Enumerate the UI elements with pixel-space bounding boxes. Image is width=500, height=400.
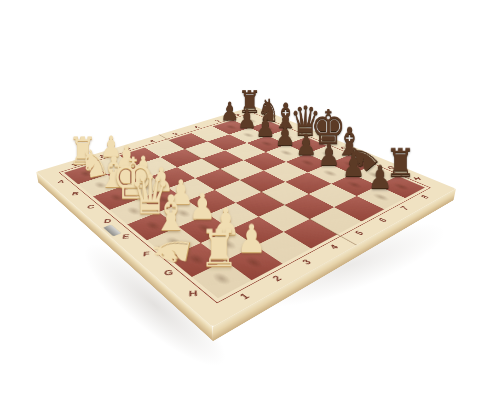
file-label-bottom-e-text: E <box>122 233 130 240</box>
file-label-bottom-h-text: H <box>189 289 198 298</box>
file-label-bottom-b-text: B <box>71 191 79 196</box>
knight-glyph: ♞ <box>143 224 198 278</box>
file-label-top-d-text: D <box>319 137 326 141</box>
file-label-top-b-text: B <box>281 121 287 124</box>
file-label-bottom-a-text: A <box>57 179 65 184</box>
pieces-layer: ♜♞♝♚♛♝♞♜♟♟♟♟♟♟♟♟♟♟♟♟♟♟♟♟♜♞♝♛♚♝♞♜ <box>64 114 425 298</box>
rank-label-right-7-text: 7 <box>398 205 410 211</box>
rank-label-left-6-text: 6 <box>193 125 201 128</box>
pawn-glyph: ♟ <box>361 161 399 193</box>
rank-label-right-3-text: 3 <box>300 258 313 266</box>
rank-label-left-4-text: 4 <box>148 139 156 143</box>
rank-label-right-8-text: 8 <box>419 194 431 200</box>
chess-set-photo: AABBCCDDEEFFGGHH1122334455667788 ♜♞♝♚♛♝♞… <box>0 0 500 400</box>
file-label-bottom-d-text: D <box>103 218 112 224</box>
rank-label-right-1-text: 1 <box>238 291 252 301</box>
rank-label-right-4-text: 4 <box>327 243 340 250</box>
rank-label-left-7-text: 7 <box>214 119 222 122</box>
file-label-bottom-c-text: C <box>87 204 96 210</box>
rank-label-left-5-text: 5 <box>171 132 179 136</box>
file-label-bottom-g-text: G <box>164 268 173 276</box>
rank-label-right-2-text: 2 <box>270 274 284 283</box>
rank-label-left-8-text: 8 <box>234 113 242 116</box>
folding-chess-board-box: AABBCCDDEEFFGGHH1122334455667788 ♜♞♝♚♛♝♞… <box>36 106 456 327</box>
rank-label-right-6-text: 6 <box>376 217 388 223</box>
rook-glyph: ♜ <box>195 223 242 275</box>
rank-label-right-5-text: 5 <box>353 230 366 237</box>
file-label-top-a-text: A <box>264 114 270 117</box>
file-label-top-c-text: C <box>299 129 306 132</box>
